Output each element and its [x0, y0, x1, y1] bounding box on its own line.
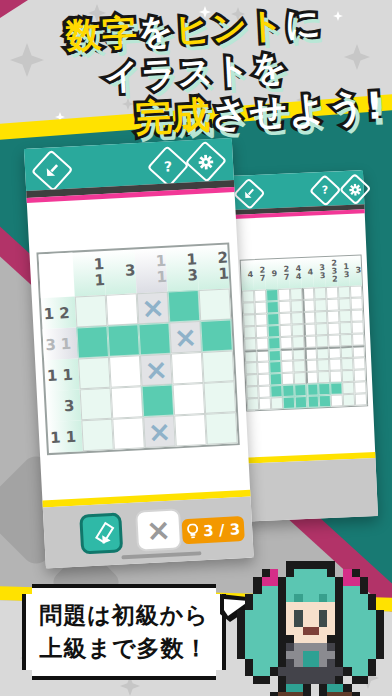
cell-r6c9[interactable] — [341, 346, 354, 359]
miku-pixel-art — [237, 561, 384, 696]
cell-r9c6[interactable] — [306, 383, 319, 396]
cell-r6c3[interactable] — [269, 349, 282, 362]
cell-r5c5[interactable] — [292, 336, 305, 349]
clue-corner — [39, 253, 75, 299]
cell-r7c4[interactable] — [281, 360, 294, 373]
cell-r4c4[interactable] — [173, 383, 206, 416]
cell-r10c1[interactable] — [247, 398, 260, 411]
cell-r8c9[interactable] — [342, 370, 355, 383]
cell-r3c2[interactable] — [109, 355, 142, 388]
cell-r2c4[interactable]: × — [169, 321, 202, 354]
cell-r3c7[interactable] — [315, 311, 328, 324]
cell-r4c5[interactable] — [203, 381, 236, 414]
cell-r5c1[interactable] — [244, 338, 257, 351]
board-right-header: ? — [231, 170, 364, 210]
cell-r1c6[interactable] — [302, 287, 315, 300]
cell-r9c5[interactable] — [294, 384, 307, 397]
cell-r1c7[interactable] — [314, 287, 327, 300]
cell-r1c4[interactable] — [278, 289, 291, 302]
cell-r1c1[interactable] — [75, 295, 108, 328]
bubble-line2: 上級まで多数！ — [39, 632, 208, 665]
cell-r2c2[interactable] — [107, 324, 140, 357]
cell-r3c2[interactable] — [255, 314, 268, 327]
puzzle-board-left: ? 11311132112×31×11×311× × 3 / 3 — [24, 138, 254, 568]
cell-r2c9[interactable] — [338, 298, 351, 311]
cell-r2c1[interactable] — [243, 302, 256, 315]
cell-r5c3[interactable]: × — [143, 416, 176, 449]
row-clue-2: 31 — [42, 328, 78, 361]
cell-r4c3[interactable] — [142, 385, 175, 418]
cell-r7c2[interactable] — [257, 362, 270, 375]
cell-r4c8[interactable] — [328, 322, 341, 335]
cell-r2c10[interactable] — [350, 297, 363, 310]
cell-r4c4[interactable] — [280, 325, 293, 338]
cell-r2c5[interactable] — [290, 300, 303, 313]
cell-r9c7[interactable] — [318, 383, 331, 396]
cell-r4c10[interactable] — [351, 321, 364, 334]
cell-r1c5[interactable] — [290, 288, 303, 301]
cell-r4c6[interactable] — [304, 323, 317, 336]
cell-r2c8[interactable] — [326, 298, 339, 311]
cell-r5c2[interactable] — [112, 417, 145, 450]
col-clue-10: 3 — [349, 255, 362, 285]
cell-r10c10[interactable] — [355, 393, 368, 406]
cell-r8c1[interactable] — [246, 374, 259, 387]
cell-r1c4[interactable] — [168, 290, 201, 323]
cell-r6c5[interactable] — [293, 348, 306, 361]
cell-r6c4[interactable] — [281, 348, 294, 361]
headline: 数字をヒントに イラストを 完成させよう! — [0, 0, 392, 147]
cell-r10c9[interactable] — [343, 394, 356, 407]
cell-r1c10[interactable] — [350, 285, 363, 298]
cell-r2c1[interactable] — [76, 326, 109, 359]
col-clue-5: 21 — [196, 244, 229, 290]
cell-r4c5[interactable] — [292, 324, 305, 337]
cell-r9c2[interactable] — [258, 385, 271, 398]
cell-r7c1[interactable] — [245, 362, 258, 375]
cell-r3c3[interactable] — [267, 313, 280, 326]
cell-r7c5[interactable] — [293, 360, 306, 373]
cell-r2c3[interactable] — [267, 301, 280, 314]
cell-r7c6[interactable] — [305, 359, 318, 372]
cell-r9c1[interactable] — [246, 386, 259, 399]
cell-r4c9[interactable] — [339, 322, 352, 335]
cell-r7c7[interactable] — [317, 359, 330, 372]
cell-r7c10[interactable] — [353, 357, 366, 370]
cell-r7c3[interactable] — [269, 361, 282, 374]
clue-grid: 42792744433232133 — [240, 254, 369, 411]
cell-r3c3[interactable]: × — [140, 354, 173, 387]
cell-r3c1[interactable] — [78, 357, 111, 390]
cell-r2c6[interactable] — [302, 299, 315, 312]
col-clue-1: 11 — [72, 251, 105, 297]
row-clue-5: 11 — [47, 420, 83, 453]
cell-r8c5[interactable] — [294, 372, 307, 385]
pencil-icon — [90, 522, 113, 545]
cell-r3c8[interactable] — [327, 310, 340, 323]
col-clue-4: 13 — [165, 246, 198, 292]
cell-r10c8[interactable] — [331, 394, 344, 407]
cell-r1c2[interactable] — [106, 293, 139, 326]
board-right-footer: × 3/3 — [244, 458, 378, 522]
cell-r10c2[interactable] — [259, 397, 272, 410]
cell-r9c9[interactable] — [342, 382, 355, 395]
lightbulb-icon — [186, 523, 200, 540]
cell-r2c4[interactable] — [278, 301, 291, 314]
cell-r6c1[interactable] — [245, 350, 258, 363]
cell-r7c8[interactable] — [329, 358, 342, 371]
cell-r4c3[interactable] — [268, 325, 281, 338]
cell-r9c4[interactable] — [282, 384, 295, 397]
bubble-line1: 問題は初級から — [39, 599, 209, 632]
cell-r1c8[interactable] — [326, 286, 339, 299]
cell-r3c4[interactable] — [171, 352, 204, 385]
speech-bubble: 問題は初級から 上級まで多数！ — [22, 584, 226, 680]
cell-r1c3[interactable] — [266, 289, 279, 302]
cell-r4c2[interactable] — [111, 386, 144, 419]
cell-r2c2[interactable] — [255, 302, 268, 315]
cell-r4c1[interactable] — [244, 326, 257, 339]
row-clue-1: 12 — [41, 297, 77, 330]
cell-r1c9[interactable] — [338, 286, 351, 299]
cell-r5c1[interactable] — [81, 419, 114, 452]
back-button[interactable] — [31, 149, 73, 191]
cell-r10c4[interactable] — [283, 396, 296, 409]
cell-r3c5[interactable] — [291, 312, 304, 325]
cell-r5c7[interactable] — [316, 335, 329, 348]
cell-r3c4[interactable] — [279, 313, 292, 326]
cell-r5c4[interactable] — [174, 414, 207, 447]
cell-r10c6[interactable] — [307, 395, 320, 408]
cell-r6c2[interactable] — [257, 350, 270, 363]
help-button[interactable]: ? — [309, 174, 341, 206]
cell-r9c10[interactable] — [354, 381, 367, 394]
cell-r3c1[interactable] — [243, 314, 256, 327]
cell-r5c8[interactable] — [328, 334, 341, 347]
help-button[interactable]: ? — [147, 145, 189, 187]
cell-r8c3[interactable] — [270, 373, 283, 386]
cell-r1c5[interactable] — [199, 288, 232, 321]
hint-counter-badge[interactable]: 3 / 3 — [182, 516, 245, 544]
cell-r8c2[interactable] — [258, 374, 271, 387]
cell-r3c9[interactable] — [339, 310, 352, 323]
cell-r5c10[interactable] — [352, 333, 365, 346]
col-clue-2: 3 — [103, 249, 136, 295]
settings-gear-button[interactable] — [185, 140, 227, 182]
cell-r5c3[interactable] — [268, 337, 281, 350]
cell-r4c1[interactable] — [80, 388, 113, 421]
row-clue-3: 11 — [44, 358, 80, 391]
cell-r7c9[interactable] — [341, 358, 354, 371]
clue-grid: 11311132112×31×11×311× — [36, 242, 239, 455]
cell-r5c2[interactable] — [256, 338, 269, 351]
puzzle-board-right: ? 42792744433232133 × 3/3 — [231, 170, 378, 521]
cell-r5c4[interactable] — [280, 336, 293, 349]
cell-r6c7[interactable] — [317, 347, 330, 360]
cell-r3c10[interactable] — [351, 309, 364, 322]
cell-r6c8[interactable] — [329, 346, 342, 359]
cell-r8c8[interactable] — [330, 370, 343, 383]
cell-r8c10[interactable] — [354, 369, 367, 382]
pencil-tool-button[interactable] — [79, 512, 123, 554]
cell-r2c3[interactable] — [138, 323, 171, 356]
cell-r4c7[interactable] — [316, 323, 329, 336]
cell-r9c3[interactable] — [270, 385, 283, 398]
cell-r10c3[interactable] — [271, 397, 284, 410]
cell-r1c3[interactable]: × — [137, 292, 170, 325]
cell-r3c5[interactable] — [202, 350, 235, 383]
cell-r8c7[interactable] — [318, 371, 331, 384]
col-clue-3: 11 — [134, 248, 167, 294]
cross-tool-button[interactable]: × — [135, 508, 182, 551]
cell-r6c6[interactable] — [305, 347, 318, 360]
cell-r8c6[interactable] — [306, 371, 319, 384]
cell-r1c2[interactable] — [254, 290, 267, 303]
cell-r3c6[interactable] — [303, 311, 316, 324]
app-screenshot: 数字をヒントに イラストを 完成させよう! ? 4279274443323213… — [0, 0, 392, 696]
cell-r10c5[interactable] — [295, 396, 308, 409]
cell-r8c4[interactable] — [282, 372, 295, 385]
cell-r4c2[interactable] — [256, 326, 269, 339]
cell-r2c7[interactable] — [314, 299, 327, 312]
cell-r2c5[interactable] — [200, 319, 233, 352]
cell-r5c6[interactable] — [304, 335, 317, 348]
cell-r10c7[interactable] — [319, 395, 332, 408]
row-clue-4: 3 — [46, 389, 82, 422]
cell-r6c10[interactable] — [353, 345, 366, 358]
back-button[interactable] — [233, 177, 265, 209]
cell-r5c9[interactable] — [340, 334, 353, 347]
cell-r1c1[interactable] — [242, 290, 255, 303]
cell-r9c8[interactable] — [330, 382, 343, 395]
cell-r5c5[interactable] — [205, 412, 238, 445]
